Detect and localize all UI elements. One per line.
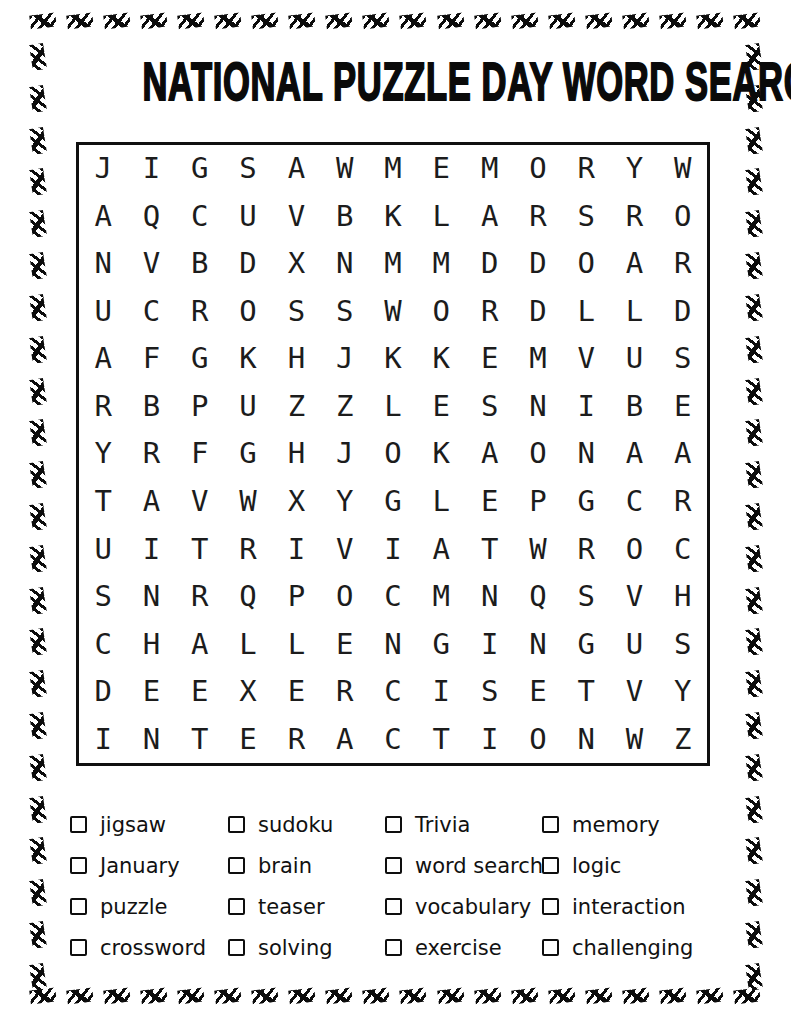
grid-cell-r9c4[interactable]: R	[224, 525, 272, 573]
grid-cell-r2c6[interactable]: B	[321, 193, 369, 241]
grid-cell-r3c11[interactable]: O	[562, 240, 610, 288]
grid-cell-r7c7[interactable]: O	[369, 430, 417, 478]
grid-cell-r1c1[interactable]: J	[79, 145, 127, 193]
word-label: challenging	[572, 936, 693, 960]
grid-cell-r1c13[interactable]: W	[659, 145, 707, 193]
grid-cell-r11c8[interactable]: G	[417, 620, 465, 668]
tally-mark-icon	[745, 628, 763, 656]
grid-cell-r5c8[interactable]: K	[417, 335, 465, 383]
word-label: logic	[572, 854, 621, 878]
word-label: exercise	[415, 936, 502, 960]
grid-cell-r13c12[interactable]: W	[610, 715, 658, 763]
word-label: crossword	[100, 936, 206, 960]
word-item-solving: solving	[228, 936, 385, 960]
tally-mark-icon	[252, 12, 280, 29]
tally-mark-icon	[29, 169, 47, 197]
grid-cell-r11c7[interactable]: N	[369, 620, 417, 668]
grid-cell-r8c13[interactable]: R	[659, 478, 707, 526]
word-item-trivia: Trivia	[385, 813, 542, 837]
grid-cell-r7c9[interactable]: A	[465, 430, 513, 478]
word-checkbox[interactable]	[228, 816, 245, 833]
tally-mark-icon	[289, 987, 317, 1004]
tally-mark-icon	[29, 545, 47, 573]
grid-cell-r9c7[interactable]: I	[369, 525, 417, 573]
grid-cell-r5c13[interactable]: S	[659, 335, 707, 383]
tally-mark-icon	[29, 503, 47, 531]
tally-mark-icon	[326, 12, 354, 29]
tally-mark-icon	[29, 921, 47, 949]
grid-cell-r2c8[interactable]: L	[417, 193, 465, 241]
grid-cell-r6c1[interactable]: R	[79, 383, 127, 431]
tally-mark-icon	[745, 210, 763, 238]
grid-cell-r4c13[interactable]: D	[659, 288, 707, 336]
grid-cell-r8c5[interactable]: X	[272, 478, 320, 526]
grid-cell-r11c9[interactable]: I	[465, 620, 513, 668]
grid-cell-r6c12[interactable]: B	[610, 383, 658, 431]
word-label: solving	[258, 936, 333, 960]
tally-mark-icon	[745, 169, 763, 197]
grid-cell-r1c5[interactable]: A	[272, 145, 320, 193]
tally-mark-icon	[29, 85, 47, 113]
grid-cell-r3c13[interactable]: R	[659, 240, 707, 288]
word-label: vocabulary	[415, 895, 531, 919]
grid-cell-r2c2[interactable]: Q	[127, 193, 175, 241]
tally-mark-icon	[733, 12, 761, 29]
word-checkbox[interactable]	[385, 816, 402, 833]
grid-cell-r9c13[interactable]: C	[659, 525, 707, 573]
grid-cell-r12c7[interactable]: C	[369, 668, 417, 716]
tally-mark-icon	[745, 503, 763, 531]
grid-cell-r10c8[interactable]: M	[417, 573, 465, 621]
tally-mark-icon	[29, 336, 47, 364]
grid-cell-r6c7[interactable]: L	[369, 383, 417, 431]
grid-cell-r10c1[interactable]: S	[79, 573, 127, 621]
tally-mark-icon	[400, 987, 428, 1004]
grid-cell-r4c7[interactable]: W	[369, 288, 417, 336]
grid-cell-r6c9[interactable]: S	[465, 383, 513, 431]
grid-cell-r11c10[interactable]: N	[514, 620, 562, 668]
grid-cell-r8c7[interactable]: G	[369, 478, 417, 526]
grid-cell-r4c1[interactable]: U	[79, 288, 127, 336]
tally-mark-icon	[745, 587, 763, 615]
grid-cell-r9c12[interactable]: O	[610, 525, 658, 573]
grid-cell-r7c1[interactable]: Y	[79, 430, 127, 478]
tally-mark-icon	[696, 987, 724, 1004]
grid-cell-r9c11[interactable]: R	[562, 525, 610, 573]
word-item-sudoku: sudoku	[228, 813, 385, 837]
grid-cell-r2c1[interactable]: A	[79, 193, 127, 241]
word-item-brain: brain	[228, 854, 385, 878]
grid-cell-r12c1[interactable]: D	[79, 668, 127, 716]
grid-cell-r11c11[interactable]: G	[562, 620, 610, 668]
word-item-vocabulary: vocabulary	[385, 895, 542, 919]
grid-cell-r5c6[interactable]: J	[321, 335, 369, 383]
tally-mark-icon	[622, 12, 650, 29]
word-label: memory	[572, 813, 660, 837]
grid-cell-r13c4[interactable]: E	[224, 715, 272, 763]
grid-cell-r9c10[interactable]: W	[514, 525, 562, 573]
grid-cell-r1c10[interactable]: O	[514, 145, 562, 193]
grid-cell-r10c11[interactable]: S	[562, 573, 610, 621]
grid-cell-r9c3[interactable]: T	[176, 525, 224, 573]
word-checkbox[interactable]	[228, 898, 245, 915]
grid-cell-r4c11[interactable]: L	[562, 288, 610, 336]
grid-cell-r11c1[interactable]: C	[79, 620, 127, 668]
tally-mark-icon	[745, 670, 763, 698]
grid-cell-r6c2[interactable]: B	[127, 383, 175, 431]
grid-cell-r13c5[interactable]: R	[272, 715, 320, 763]
tally-mark-icon	[696, 12, 724, 29]
grid-cell-r11c12[interactable]: U	[610, 620, 658, 668]
grid-cell-r4c8[interactable]: O	[417, 288, 465, 336]
tally-mark-icon	[29, 712, 47, 740]
grid-cell-r11c4[interactable]: L	[224, 620, 272, 668]
word-list: jigsawJanuarypuzzlecrosswordsudokubraint…	[70, 804, 722, 968]
grid-cell-r2c4[interactable]: U	[224, 193, 272, 241]
word-item-logic: logic	[542, 854, 722, 878]
grid-cell-r6c10[interactable]: N	[514, 383, 562, 431]
grid-cell-r3c5[interactable]: X	[272, 240, 320, 288]
word-checkbox[interactable]	[542, 898, 559, 915]
grid-cell-r5c5[interactable]: H	[272, 335, 320, 383]
grid-cell-r8c11[interactable]: G	[562, 478, 610, 526]
grid-cell-r3c4[interactable]: D	[224, 240, 272, 288]
word-checkbox[interactable]	[542, 816, 559, 833]
grid-cell-r3c8[interactable]: M	[417, 240, 465, 288]
tally-mark-icon	[745, 378, 763, 406]
tally-mark-icon	[733, 987, 761, 1004]
grid-cell-r2c12[interactable]: R	[610, 193, 658, 241]
grid-cell-r12c11[interactable]: T	[562, 668, 610, 716]
word-label: interaction	[572, 895, 686, 919]
tally-mark-icon	[437, 12, 465, 29]
word-checkbox[interactable]	[385, 939, 402, 956]
tally-mark-icon	[252, 987, 280, 1004]
tally-mark-icon	[548, 12, 576, 29]
tally-mark-icon	[177, 12, 205, 29]
tally-mark-icon	[29, 628, 47, 656]
tally-mark-icon	[745, 879, 763, 907]
grid-cell-r9c6[interactable]: V	[321, 525, 369, 573]
tally-mark-icon	[29, 754, 47, 782]
border-left	[30, 50, 46, 984]
grid-cell-r5c9[interactable]: E	[465, 335, 513, 383]
grid-cell-r9c9[interactable]: T	[465, 525, 513, 573]
grid-cell-r9c8[interactable]: A	[417, 525, 465, 573]
grid-cell-r5c10[interactable]: M	[514, 335, 562, 383]
tally-mark-icon	[745, 127, 763, 155]
grid-cell-r3c2[interactable]: V	[127, 240, 175, 288]
grid-cell-r6c13[interactable]: E	[659, 383, 707, 431]
tally-mark-icon	[745, 838, 763, 866]
grid-cell-r7c12[interactable]: A	[610, 430, 658, 478]
grid-cell-r3c1[interactable]: N	[79, 240, 127, 288]
grid-cell-r1c9[interactable]: M	[465, 145, 513, 193]
word-label: jigsaw	[100, 813, 166, 837]
word-item-word-search: word search	[385, 854, 542, 878]
grid-cell-r2c3[interactable]: C	[176, 193, 224, 241]
grid-cell-r8c8[interactable]: L	[417, 478, 465, 526]
grid-cell-r5c1[interactable]: A	[79, 335, 127, 383]
tally-mark-icon	[214, 987, 242, 1004]
tally-mark-icon	[29, 419, 47, 447]
tally-mark-icon	[745, 796, 763, 824]
grid-cell-r12c8[interactable]: I	[417, 668, 465, 716]
grid-cell-r9c5[interactable]: I	[272, 525, 320, 573]
tally-mark-icon	[326, 987, 354, 1004]
grid-cell-r7c8[interactable]: K	[417, 430, 465, 478]
grid-cell-r3c7[interactable]: M	[369, 240, 417, 288]
tally-mark-icon	[745, 461, 763, 489]
grid-cell-r9c2[interactable]: I	[127, 525, 175, 573]
tally-mark-icon	[745, 921, 763, 949]
tally-mark-icon	[29, 670, 47, 698]
tally-mark-icon	[474, 987, 502, 1004]
grid-cell-r1c12[interactable]: Y	[610, 145, 658, 193]
grid-cell-r12c10[interactable]: E	[514, 668, 562, 716]
grid-cell-r8c2[interactable]: A	[127, 478, 175, 526]
grid-cell-r11c5[interactable]: L	[272, 620, 320, 668]
tally-mark-icon	[745, 419, 763, 447]
word-label: word search	[415, 854, 543, 878]
tally-mark-icon	[745, 712, 763, 740]
grid-cell-r12c6[interactable]: R	[321, 668, 369, 716]
grid-cell-r1c2[interactable]: I	[127, 145, 175, 193]
grid-cell-r1c3[interactable]: G	[176, 145, 224, 193]
grid-cell-r3c12[interactable]: A	[610, 240, 658, 288]
tally-mark-icon	[29, 12, 57, 29]
grid-cell-r8c12[interactable]: C	[610, 478, 658, 526]
grid-cell-r2c9[interactable]: A	[465, 193, 513, 241]
grid-cell-r10c3[interactable]: R	[176, 573, 224, 621]
word-checkbox[interactable]	[385, 898, 402, 915]
tally-mark-icon	[363, 12, 391, 29]
letter-grid: JIGSAWMEMORYWAQCUVBKLARSRONVBDXNMMDDOARU…	[76, 142, 710, 766]
grid-cell-r8c10[interactable]: P	[514, 478, 562, 526]
grid-cell-r8c9[interactable]: E	[465, 478, 513, 526]
grid-cell-r11c13[interactable]: S	[659, 620, 707, 668]
grid-cell-r3c10[interactable]: D	[514, 240, 562, 288]
grid-cell-r2c11[interactable]: S	[562, 193, 610, 241]
grid-cell-r5c2[interactable]: F	[127, 335, 175, 383]
grid-cell-r13c2[interactable]: N	[127, 715, 175, 763]
grid-cell-r13c9[interactable]: I	[465, 715, 513, 763]
grid-cell-r12c12[interactable]: V	[610, 668, 658, 716]
tally-mark-icon	[659, 987, 687, 1004]
grid-cell-r5c4[interactable]: K	[224, 335, 272, 383]
tally-mark-icon	[745, 336, 763, 364]
grid-cell-r13c8[interactable]: T	[417, 715, 465, 763]
grid-cell-r10c13[interactable]: H	[659, 573, 707, 621]
grid-cell-r7c4[interactable]: G	[224, 430, 272, 478]
grid-cell-r8c1[interactable]: T	[79, 478, 127, 526]
tally-mark-icon	[437, 987, 465, 1004]
grid-cell-r13c7[interactable]: C	[369, 715, 417, 763]
grid-cell-r4c4[interactable]: O	[224, 288, 272, 336]
tally-mark-icon	[659, 12, 687, 29]
border-bottom	[30, 988, 760, 1004]
grid-cell-r2c10[interactable]: R	[514, 193, 562, 241]
word-label: teaser	[258, 895, 325, 919]
grid-cell-r1c7[interactable]: M	[369, 145, 417, 193]
word-label: puzzle	[100, 895, 167, 919]
tally-mark-icon	[29, 252, 47, 280]
grid-cell-r1c4[interactable]: S	[224, 145, 272, 193]
tally-mark-icon	[66, 12, 94, 29]
tally-mark-icon	[745, 294, 763, 322]
grid-cell-r4c6[interactable]: S	[321, 288, 369, 336]
tally-mark-icon	[140, 12, 168, 29]
grid-cell-r12c3[interactable]: E	[176, 668, 224, 716]
grid-cell-r12c2[interactable]: E	[127, 668, 175, 716]
grid-cell-r2c5[interactable]: V	[272, 193, 320, 241]
tally-mark-icon	[585, 12, 613, 29]
grid-cell-r6c8[interactable]: E	[417, 383, 465, 431]
grid-cell-r7c13[interactable]: A	[659, 430, 707, 478]
grid-cell-r5c3[interactable]: G	[176, 335, 224, 383]
grid-cell-r13c6[interactable]: A	[321, 715, 369, 763]
grid-cell-r10c12[interactable]: V	[610, 573, 658, 621]
tally-mark-icon	[214, 12, 242, 29]
grid-cell-r1c8[interactable]: E	[417, 145, 465, 193]
grid-cell-r10c10[interactable]: Q	[514, 573, 562, 621]
grid-cell-r6c11[interactable]: I	[562, 383, 610, 431]
word-item-challenging: challenging	[542, 936, 722, 960]
tally-mark-icon	[29, 210, 47, 238]
grid-cell-r10c6[interactable]: O	[321, 573, 369, 621]
grid-cell-r7c6[interactable]: J	[321, 430, 369, 478]
tally-mark-icon	[745, 252, 763, 280]
word-checkbox[interactable]	[228, 857, 245, 874]
grid-cell-r4c9[interactable]: R	[465, 288, 513, 336]
grid-cell-r10c4[interactable]: Q	[224, 573, 272, 621]
grid-cell-r12c9[interactable]: S	[465, 668, 513, 716]
tally-mark-icon	[177, 987, 205, 1004]
grid-cell-r13c1[interactable]: I	[79, 715, 127, 763]
grid-cell-r10c7[interactable]: C	[369, 573, 417, 621]
grid-cell-r12c13[interactable]: Y	[659, 668, 707, 716]
tally-mark-icon	[29, 796, 47, 824]
grid-cell-r3c3[interactable]: B	[176, 240, 224, 288]
tally-mark-icon	[29, 43, 47, 71]
word-checkbox[interactable]	[70, 857, 87, 874]
tally-mark-icon	[745, 545, 763, 573]
grid-cell-r13c10[interactable]: O	[514, 715, 562, 763]
grid-cell-r5c11[interactable]: V	[562, 335, 610, 383]
grid-cell-r10c9[interactable]: N	[465, 573, 513, 621]
word-checkbox[interactable]	[385, 857, 402, 874]
grid-cell-r8c6[interactable]: Y	[321, 478, 369, 526]
word-search-page: { "game": "word-search", "title": "NATIO…	[0, 0, 791, 1024]
grid-cell-r8c4[interactable]: W	[224, 478, 272, 526]
tally-mark-icon	[363, 987, 391, 1004]
tally-mark-icon	[400, 12, 428, 29]
grid-cell-r5c7[interactable]: K	[369, 335, 417, 383]
grid-cell-r4c12[interactable]: L	[610, 288, 658, 336]
grid-cell-r10c2[interactable]: N	[127, 573, 175, 621]
word-checkbox[interactable]	[542, 939, 559, 956]
tally-mark-icon	[745, 754, 763, 782]
tally-mark-icon	[66, 987, 94, 1004]
grid-cell-r2c13[interactable]: O	[659, 193, 707, 241]
tally-mark-icon	[474, 12, 502, 29]
grid-cell-r11c3[interactable]: A	[176, 620, 224, 668]
tally-mark-icon	[29, 879, 47, 907]
word-item-puzzle: puzzle	[70, 895, 228, 919]
word-checkbox[interactable]	[70, 816, 87, 833]
grid-cell-r7c10[interactable]: O	[514, 430, 562, 478]
grid-cell-r3c9[interactable]: D	[465, 240, 513, 288]
grid-cell-r5c12[interactable]: U	[610, 335, 658, 383]
grid-cell-r6c3[interactable]: P	[176, 383, 224, 431]
grid-cell-r4c2[interactable]: C	[127, 288, 175, 336]
grid-cell-r3c6[interactable]: N	[321, 240, 369, 288]
word-item-interaction: interaction	[542, 895, 722, 919]
word-item-january: January	[70, 854, 228, 878]
grid-cell-r12c4[interactable]: X	[224, 668, 272, 716]
grid-cell-r7c2[interactable]: R	[127, 430, 175, 478]
grid-cell-r7c11[interactable]: N	[562, 430, 610, 478]
grid-cell-r10c5[interactable]: P	[272, 573, 320, 621]
grid-cell-r2c7[interactable]: K	[369, 193, 417, 241]
grid-cell-r4c3[interactable]: R	[176, 288, 224, 336]
grid-cell-r6c6[interactable]: Z	[321, 383, 369, 431]
tally-mark-icon	[548, 987, 576, 1004]
word-item-exercise: exercise	[385, 936, 542, 960]
tally-mark-icon	[29, 378, 47, 406]
grid-cell-r1c6[interactable]: W	[321, 145, 369, 193]
tally-mark-icon	[745, 963, 763, 991]
word-item-crossword: crossword	[70, 936, 228, 960]
word-checkbox[interactable]	[542, 857, 559, 874]
word-label: sudoku	[258, 813, 333, 837]
grid-cell-r13c11[interactable]: N	[562, 715, 610, 763]
word-label: Trivia	[415, 813, 470, 837]
word-checkbox[interactable]	[228, 939, 245, 956]
grid-cell-r11c2[interactable]: H	[127, 620, 175, 668]
tally-mark-icon	[140, 987, 168, 1004]
grid-cell-r4c5[interactable]: S	[272, 288, 320, 336]
grid-cell-r6c4[interactable]: U	[224, 383, 272, 431]
grid-cell-r13c3[interactable]: T	[176, 715, 224, 763]
word-label: brain	[258, 854, 312, 878]
grid-cell-r4c10[interactable]: D	[514, 288, 562, 336]
tally-mark-icon	[622, 987, 650, 1004]
word-checkbox[interactable]	[70, 939, 87, 956]
tally-mark-icon	[585, 987, 613, 1004]
grid-cell-r1c11[interactable]: R	[562, 145, 610, 193]
border-right	[746, 50, 762, 984]
grid-cell-r6c5[interactable]: Z	[272, 383, 320, 431]
grid-cell-r7c3[interactable]: F	[176, 430, 224, 478]
grid-cell-r11c6[interactable]: E	[321, 620, 369, 668]
grid-cell-r12c5[interactable]: E	[272, 668, 320, 716]
word-item-teaser: teaser	[228, 895, 385, 919]
tally-mark-icon	[29, 461, 47, 489]
tally-mark-icon	[511, 987, 539, 1004]
tally-mark-icon	[289, 12, 317, 29]
grid-cell-r13c13[interactable]: Z	[659, 715, 707, 763]
word-checkbox[interactable]	[70, 898, 87, 915]
word-label: January	[100, 854, 180, 878]
word-item-memory: memory	[542, 813, 722, 837]
grid-cell-r7c5[interactable]: H	[272, 430, 320, 478]
grid-cell-r9c1[interactable]: U	[79, 525, 127, 573]
word-item-jigsaw: jigsaw	[70, 813, 228, 837]
tally-mark-icon	[29, 838, 47, 866]
tally-mark-icon	[29, 963, 47, 991]
grid-cell-r8c3[interactable]: V	[176, 478, 224, 526]
